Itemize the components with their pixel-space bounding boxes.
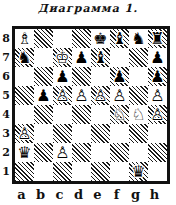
square-f4[interactable]: ♘ xyxy=(110,105,129,124)
black-queen: ♛ xyxy=(129,162,148,181)
black-rook: ♜ xyxy=(148,29,167,48)
square-c1[interactable] xyxy=(53,162,72,181)
square-b8[interactable] xyxy=(34,29,53,48)
white-king: ♔ xyxy=(53,48,72,67)
square-a3[interactable]: ♙ xyxy=(15,124,34,143)
white-bishop: ♗ xyxy=(15,29,34,48)
square-g5[interactable] xyxy=(129,86,148,105)
square-b4[interactable] xyxy=(34,105,53,124)
rank-label-2: 2 xyxy=(0,143,12,162)
square-d2[interactable] xyxy=(72,143,91,162)
square-g7[interactable] xyxy=(129,48,148,67)
rank-label-8: 8 xyxy=(0,29,12,48)
square-c4[interactable] xyxy=(53,105,72,124)
square-c3[interactable] xyxy=(53,124,72,143)
square-f1[interactable] xyxy=(110,162,129,181)
square-f8[interactable]: ♝ xyxy=(110,29,129,48)
square-d3[interactable] xyxy=(72,124,91,143)
white-pawn: ♙ xyxy=(148,105,167,124)
file-label-f: f xyxy=(107,186,126,204)
square-h4[interactable]: ♙ xyxy=(148,105,167,124)
square-e6[interactable] xyxy=(91,67,110,86)
square-g6[interactable] xyxy=(129,67,148,86)
diagram-title: Диаграмма 1. xyxy=(0,2,176,16)
file-label-g: g xyxy=(126,186,145,204)
square-c8[interactable] xyxy=(53,29,72,48)
square-h8[interactable]: ♜ xyxy=(148,29,167,48)
square-h2[interactable] xyxy=(148,143,167,162)
square-g8[interactable]: ♞ xyxy=(129,29,148,48)
square-h5[interactable]: ♙ xyxy=(148,86,167,105)
rank-label-6: 6 xyxy=(0,67,12,86)
square-a4[interactable] xyxy=(15,105,34,124)
square-f3[interactable] xyxy=(110,124,129,143)
white-pawn: ♙ xyxy=(91,86,110,105)
square-b2[interactable] xyxy=(34,143,53,162)
white-pawn: ♙ xyxy=(72,86,91,105)
white-pawn: ♙ xyxy=(148,86,167,105)
white-knight: ♘ xyxy=(110,105,129,124)
square-g2[interactable] xyxy=(129,143,148,162)
square-g4[interactable]: ♘ xyxy=(129,105,148,124)
square-a2[interactable]: ♛ xyxy=(15,143,34,162)
file-label-h: h xyxy=(145,186,164,204)
square-e2[interactable] xyxy=(91,143,110,162)
white-pawn: ♙ xyxy=(53,143,72,162)
black-bishop: ♝ xyxy=(91,48,110,67)
black-pawn: ♟ xyxy=(148,67,167,86)
chess-board: ♗♚♝♞♜♞♔♟♝♟♟♟♟♟♙♙♙♙♙♘♘♙♙♛♙♛ xyxy=(12,26,170,184)
square-b3[interactable] xyxy=(34,124,53,143)
square-e7[interactable]: ♝ xyxy=(91,48,110,67)
white-pawn: ♙ xyxy=(15,124,34,143)
file-labels: abcdefgh xyxy=(12,186,164,204)
square-b6[interactable] xyxy=(34,67,53,86)
square-e8[interactable]: ♚ xyxy=(91,29,110,48)
black-pawn: ♟ xyxy=(110,67,129,86)
square-d8[interactable] xyxy=(72,29,91,48)
square-a1[interactable] xyxy=(15,162,34,181)
rank-label-4: 4 xyxy=(0,105,12,124)
square-a6[interactable] xyxy=(15,67,34,86)
chess-diagram-page: Диаграмма 1. 87654321 ♗♚♝♞♜♞♔♟♝♟♟♟♟♟♙♙♙♙… xyxy=(0,2,176,205)
white-knight: ♘ xyxy=(129,105,148,124)
square-f5[interactable]: ♙ xyxy=(110,86,129,105)
white-pawn: ♙ xyxy=(53,86,72,105)
rank-label-5: 5 xyxy=(0,86,12,105)
rank-label-3: 3 xyxy=(0,124,12,143)
square-c5[interactable]: ♙ xyxy=(53,86,72,105)
square-b5[interactable]: ♟ xyxy=(34,86,53,105)
black-knight: ♞ xyxy=(129,29,148,48)
black-bishop: ♝ xyxy=(110,29,129,48)
square-b1[interactable] xyxy=(34,162,53,181)
square-c7[interactable]: ♔ xyxy=(53,48,72,67)
square-d6[interactable] xyxy=(72,67,91,86)
square-d1[interactable] xyxy=(72,162,91,181)
black-queen: ♛ xyxy=(15,143,34,162)
file-label-b: b xyxy=(31,186,50,204)
square-c2[interactable]: ♙ xyxy=(53,143,72,162)
square-f2[interactable] xyxy=(110,143,129,162)
square-h6[interactable]: ♟ xyxy=(148,67,167,86)
black-king: ♚ xyxy=(91,29,110,48)
black-pawn: ♟ xyxy=(148,48,167,67)
square-d5[interactable]: ♙ xyxy=(72,86,91,105)
square-e3[interactable] xyxy=(91,124,110,143)
square-g1[interactable]: ♛ xyxy=(129,162,148,181)
board-area: 87654321 ♗♚♝♞♜♞♔♟♝♟♟♟♟♟♙♙♙♙♙♘♘♙♙♛♙♛ xyxy=(0,26,170,184)
square-a5[interactable] xyxy=(15,86,34,105)
square-e1[interactable] xyxy=(91,162,110,181)
square-e5[interactable]: ♙ xyxy=(91,86,110,105)
square-e4[interactable] xyxy=(91,105,110,124)
black-pawn: ♟ xyxy=(34,86,53,105)
square-d4[interactable] xyxy=(72,105,91,124)
file-label-a: a xyxy=(12,186,31,204)
square-a7[interactable]: ♞ xyxy=(15,48,34,67)
black-pawn: ♟ xyxy=(53,67,72,86)
file-label-e: e xyxy=(88,186,107,204)
rank-label-7: 7 xyxy=(0,48,12,67)
square-h1[interactable] xyxy=(148,162,167,181)
square-h7[interactable]: ♟ xyxy=(148,48,167,67)
rank-labels: 87654321 xyxy=(0,26,12,181)
black-pawn: ♟ xyxy=(72,48,91,67)
square-d7[interactable]: ♟ xyxy=(72,48,91,67)
file-label-d: d xyxy=(69,186,88,204)
white-pawn: ♙ xyxy=(110,86,129,105)
square-f7[interactable] xyxy=(110,48,129,67)
square-c6[interactable]: ♟ xyxy=(53,67,72,86)
rank-label-1: 1 xyxy=(0,162,12,181)
square-a8[interactable]: ♗ xyxy=(15,29,34,48)
file-label-c: c xyxy=(50,186,69,204)
black-knight: ♞ xyxy=(15,48,34,67)
square-g3[interactable] xyxy=(129,124,148,143)
square-f6[interactable]: ♟ xyxy=(110,67,129,86)
square-h3[interactable] xyxy=(148,124,167,143)
square-b7[interactable] xyxy=(34,48,53,67)
